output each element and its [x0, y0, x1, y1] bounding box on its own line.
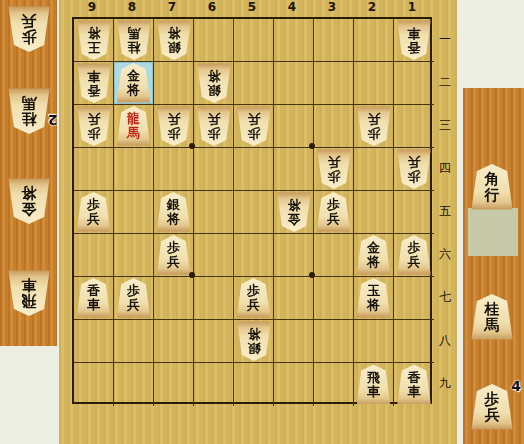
shogi-piece-金将-gote[interactable]: 金将 [8, 178, 50, 224]
piece-kanji: 香 [87, 284, 100, 298]
shogi-piece-香車-sente[interactable]: 香車 [397, 365, 431, 405]
piece-kanji: 将 [367, 255, 380, 269]
shogi-piece-玉将-sente[interactable]: 玉将 [357, 278, 391, 318]
hoshi-dot [309, 143, 315, 149]
hand-piece-桂馬-sente[interactable]: 桂馬 [471, 294, 513, 340]
square-3四[interactable]: 歩兵 [314, 148, 354, 191]
shogi-board: 987654321 一二三四五六七八九 王将桂馬銀将香車香車金将銀将歩兵龍馬歩兵… [59, 0, 457, 444]
piece-kanji: 香 [408, 371, 421, 385]
piece-kanji: 行 [485, 187, 500, 203]
square-9六[interactable] [74, 234, 114, 277]
piece-kanji: 兵 [207, 112, 220, 126]
square-3一[interactable] [314, 19, 354, 62]
square-2四[interactable] [354, 148, 394, 191]
square-9二[interactable]: 香車 [74, 62, 114, 105]
square-8四[interactable] [114, 148, 154, 191]
hoshi-dot [189, 272, 195, 278]
piece-kanji: 車 [367, 385, 380, 399]
square-8六[interactable] [114, 234, 154, 277]
piece-kanji: 兵 [247, 298, 260, 312]
piece-kanji: 兵 [167, 112, 180, 126]
piece-kanji: 兵 [87, 212, 100, 226]
shogi-piece-桂馬-gote[interactable]: 桂馬 [117, 20, 151, 60]
piece-kanji: 歩 [247, 284, 260, 298]
square-1八[interactable] [394, 320, 434, 363]
shogi-piece-歩兵-sente[interactable]: 歩兵 [397, 235, 431, 275]
piece-kanji: 歩 [167, 241, 180, 255]
shogi-app: 987654321 一二三四五六七八九 王将桂馬銀将香車香車金将銀将歩兵龍馬歩兵… [0, 0, 524, 444]
square-9三[interactable]: 歩兵 [74, 105, 114, 148]
square-5三[interactable]: 歩兵 [234, 105, 274, 148]
piece-kanji: 将 [367, 298, 380, 312]
square-3六[interactable] [314, 234, 354, 277]
piece-kanji: 龍 [127, 112, 140, 126]
shogi-piece-歩兵-gote[interactable]: 歩兵 [357, 106, 391, 146]
piece-kanji: 兵 [327, 212, 340, 226]
square-2五[interactable] [354, 191, 394, 234]
file-label-6: 6 [202, 0, 222, 15]
square-7六[interactable]: 歩兵 [154, 234, 194, 277]
square-6一[interactable] [194, 19, 234, 62]
square-9四[interactable] [74, 148, 114, 191]
hand-count-badge: 2 [48, 112, 58, 128]
square-5八[interactable]: 銀将 [234, 320, 274, 363]
piece-kanji: 歩 [408, 169, 421, 183]
piece-kanji: 兵 [167, 255, 180, 269]
square-3九[interactable] [314, 363, 354, 406]
piece-kanji: 将 [167, 26, 180, 40]
piece-kanji: 車 [87, 69, 100, 83]
shogi-piece-銀将-gote[interactable]: 銀将 [157, 20, 191, 60]
square-6四[interactable] [194, 148, 234, 191]
shogi-piece-歩兵-gote[interactable]: 歩兵 [237, 106, 271, 146]
shogi-piece-金将-gote[interactable]: 金将 [277, 192, 311, 232]
hoshi-dot [309, 272, 315, 278]
square-8一[interactable]: 桂馬 [114, 19, 154, 62]
square-5七[interactable]: 歩兵 [234, 277, 274, 320]
piece-kanji: 銀 [167, 198, 180, 212]
square-9八[interactable] [74, 320, 114, 363]
square-7七[interactable] [154, 277, 194, 320]
piece-kanji: 歩 [408, 241, 421, 255]
file-label-3: 3 [322, 0, 342, 15]
piece-kanji: 歩 [485, 391, 500, 407]
square-6九[interactable] [194, 363, 234, 406]
piece-kanji: 歩 [167, 126, 180, 140]
piece-kanji: 歩 [87, 126, 100, 140]
square-7五[interactable]: 銀将 [154, 191, 194, 234]
rank-label-7: 七 [435, 289, 455, 305]
piece-kanji: 桂 [127, 40, 140, 54]
square-8二[interactable]: 金将 [114, 62, 154, 105]
shogi-piece-歩兵-sente[interactable]: 歩兵 [157, 235, 191, 275]
rank-label-3: 三 [435, 117, 455, 133]
hand-piece-桂馬-gote[interactable]: 桂馬2 [8, 88, 50, 134]
piece-kanji: 将 [127, 83, 140, 97]
shogi-piece-歩兵-gote[interactable]: 歩兵 [397, 149, 431, 189]
square-4六[interactable] [274, 234, 314, 277]
shogi-piece-飛車-sente[interactable]: 飛車 [357, 365, 391, 405]
square-3三[interactable] [314, 105, 354, 148]
square-3五[interactable]: 歩兵 [314, 191, 354, 234]
piece-kanji: 将 [247, 327, 260, 341]
square-6三[interactable]: 歩兵 [194, 105, 234, 148]
shogi-piece-歩兵-sente[interactable]: 歩兵 [77, 192, 111, 232]
square-8七[interactable]: 歩兵 [114, 277, 154, 320]
square-1九[interactable]: 香車 [394, 363, 434, 406]
square-5九[interactable] [234, 363, 274, 406]
hand-slot-highlight[interactable] [468, 208, 518, 256]
hand-piece-歩兵-sente[interactable]: 歩兵4 [471, 384, 513, 430]
square-1五[interactable] [394, 191, 434, 234]
piece-kanji: 角 [485, 171, 500, 187]
piece-kanji: 歩 [207, 126, 220, 140]
square-2三[interactable]: 歩兵 [354, 105, 394, 148]
shogi-piece-歩兵-sente[interactable]: 歩兵 [117, 278, 151, 318]
square-4一[interactable] [274, 19, 314, 62]
piece-kanji: 金 [127, 69, 140, 83]
shogi-board-grid: 王将桂馬銀将香車香車金将銀将歩兵龍馬歩兵歩兵歩兵歩兵歩兵歩兵歩兵銀将金将歩兵歩兵… [72, 17, 432, 404]
hand-piece-飛車-gote[interactable]: 飛車 [8, 270, 50, 316]
square-2二[interactable] [354, 62, 394, 105]
square-9五[interactable]: 歩兵 [74, 191, 114, 234]
square-1三[interactable] [394, 105, 434, 148]
square-5一[interactable] [234, 19, 274, 62]
piece-kanji: 将 [87, 26, 100, 40]
shogi-piece-歩兵-gote[interactable]: 歩兵 [197, 106, 231, 146]
square-7一[interactable]: 銀将 [154, 19, 194, 62]
square-4五[interactable]: 金将 [274, 191, 314, 234]
rank-label-1: 一 [435, 31, 455, 47]
shogi-piece-桂馬-gote[interactable]: 桂馬 [8, 88, 50, 134]
piece-kanji: 馬 [22, 95, 37, 111]
shogi-piece-銀将-gote[interactable]: 銀将 [237, 321, 271, 361]
shogi-piece-歩兵-sente[interactable]: 歩兵 [237, 278, 271, 318]
piece-kanji: 香 [87, 83, 100, 97]
piece-kanji: 兵 [87, 112, 100, 126]
piece-kanji: 銀 [167, 40, 180, 54]
piece-kanji: 馬 [127, 26, 140, 40]
hand-piece-歩兵-gote[interactable]: 歩兵 [8, 6, 50, 52]
rank-label-9: 九 [435, 375, 455, 391]
shogi-piece-王将-gote[interactable]: 王将 [77, 20, 111, 60]
piece-kanji: 兵 [408, 255, 421, 269]
file-label-9: 9 [82, 0, 102, 15]
piece-kanji: 馬 [127, 126, 140, 140]
piece-kanji: 金 [367, 241, 380, 255]
rank-label-8: 八 [435, 332, 455, 348]
piece-kanji: 歩 [327, 198, 340, 212]
square-7九[interactable] [154, 363, 194, 406]
file-label-8: 8 [122, 0, 142, 15]
square-8五[interactable] [114, 191, 154, 234]
square-2六[interactable]: 金将 [354, 234, 394, 277]
square-2八[interactable] [354, 320, 394, 363]
piece-kanji: 車 [87, 298, 100, 312]
square-6八[interactable] [194, 320, 234, 363]
piece-kanji: 将 [22, 185, 37, 201]
square-5六[interactable] [234, 234, 274, 277]
piece-kanji: 車 [408, 26, 421, 40]
square-3七[interactable] [314, 277, 354, 320]
shogi-piece-金将-sente[interactable]: 金将 [117, 63, 151, 103]
shogi-piece-銀将-gote[interactable]: 銀将 [197, 63, 231, 103]
piece-kanji: 歩 [367, 126, 380, 140]
hand-piece-角行-sente[interactable]: 角行 [471, 164, 513, 210]
piece-kanji: 歩 [87, 198, 100, 212]
square-3二[interactable] [314, 62, 354, 105]
piece-kanji: 将 [207, 69, 220, 83]
square-5二[interactable] [234, 62, 274, 105]
shogi-piece-金将-sente[interactable]: 金将 [357, 235, 391, 275]
square-8三[interactable]: 龍馬 [114, 105, 154, 148]
rank-label-6: 六 [435, 246, 455, 262]
square-5四[interactable] [234, 148, 274, 191]
shogi-piece-香車-gote[interactable]: 香車 [397, 20, 431, 60]
square-6七[interactable] [194, 277, 234, 320]
piece-kanji: 兵 [408, 155, 421, 169]
shogi-piece-龍馬-sente[interactable]: 龍馬 [117, 106, 151, 146]
piece-kanji: 馬 [485, 317, 500, 333]
piece-kanji: 兵 [22, 13, 37, 29]
gote-hand-stand: 歩兵桂馬2金将飛車 [0, 0, 57, 346]
file-label-2: 2 [362, 0, 382, 15]
sente-hand-stand: 角行桂馬歩兵4 [463, 88, 524, 444]
piece-kanji: 銀 [207, 83, 220, 97]
piece-kanji: 車 [408, 385, 421, 399]
square-7二[interactable] [154, 62, 194, 105]
piece-kanji: 歩 [327, 169, 340, 183]
hand-count-badge: 4 [511, 378, 521, 394]
shogi-piece-歩兵-gote[interactable]: 歩兵 [77, 106, 111, 146]
piece-kanji: 兵 [127, 298, 140, 312]
piece-kanji: 歩 [127, 284, 140, 298]
rank-label-2: 二 [435, 74, 455, 90]
square-1七[interactable] [394, 277, 434, 320]
square-9七[interactable]: 香車 [74, 277, 114, 320]
square-2七[interactable]: 玉将 [354, 277, 394, 320]
shogi-piece-香車-gote[interactable]: 香車 [77, 63, 111, 103]
square-2一[interactable] [354, 19, 394, 62]
shogi-piece-香車-sente[interactable]: 香車 [77, 278, 111, 318]
shogi-piece-歩兵-gote[interactable]: 歩兵 [157, 106, 191, 146]
square-9九[interactable] [74, 363, 114, 406]
square-8八[interactable] [114, 320, 154, 363]
hand-piece-金将-gote[interactable]: 金将 [8, 178, 50, 224]
file-label-7: 7 [162, 0, 182, 15]
piece-kanji: 飛 [367, 371, 380, 385]
hoshi-dot [189, 143, 195, 149]
piece-kanji: 歩 [247, 126, 260, 140]
piece-kanji: 金 [22, 201, 37, 217]
piece-kanji: 車 [22, 277, 37, 293]
square-7八[interactable] [154, 320, 194, 363]
piece-kanji: 将 [167, 212, 180, 226]
piece-kanji: 飛 [22, 293, 37, 309]
square-9一[interactable]: 王将 [74, 19, 114, 62]
piece-kanji: 桂 [22, 111, 37, 127]
square-2九[interactable]: 飛車 [354, 363, 394, 406]
square-1一[interactable]: 香車 [394, 19, 434, 62]
shogi-piece-桂馬-sente[interactable]: 桂馬 [471, 294, 513, 340]
shogi-piece-銀将-sente[interactable]: 銀将 [157, 192, 191, 232]
piece-kanji: 玉 [367, 284, 380, 298]
rank-label-5: 五 [435, 203, 455, 219]
piece-kanji: 王 [87, 40, 100, 54]
square-4三[interactable] [274, 105, 314, 148]
square-8九[interactable] [114, 363, 154, 406]
piece-kanji: 兵 [367, 112, 380, 126]
square-4七[interactable] [274, 277, 314, 320]
shogi-piece-角行-sente[interactable]: 角行 [471, 164, 513, 210]
square-6五[interactable] [194, 191, 234, 234]
rank-label-4: 四 [435, 160, 455, 176]
piece-kanji: 銀 [247, 341, 260, 355]
square-4九[interactable] [274, 363, 314, 406]
square-3八[interactable] [314, 320, 354, 363]
file-label-4: 4 [282, 0, 302, 15]
square-4八[interactable] [274, 320, 314, 363]
square-6二[interactable]: 銀将 [194, 62, 234, 105]
piece-kanji: 香 [408, 40, 421, 54]
square-4二[interactable] [274, 62, 314, 105]
square-7四[interactable] [154, 148, 194, 191]
piece-kanji: 金 [287, 212, 300, 226]
piece-kanji: 桂 [485, 301, 500, 317]
shogi-piece-歩兵-gote[interactable]: 歩兵 [8, 6, 50, 52]
piece-kanji: 兵 [485, 407, 500, 423]
piece-kanji: 兵 [327, 155, 340, 169]
shogi-piece-歩兵-sente[interactable]: 歩兵 [317, 192, 351, 232]
square-1六[interactable]: 歩兵 [394, 234, 434, 277]
square-7三[interactable]: 歩兵 [154, 105, 194, 148]
file-label-1: 1 [402, 0, 422, 15]
piece-kanji: 将 [287, 198, 300, 212]
square-1四[interactable]: 歩兵 [394, 148, 434, 191]
shogi-piece-歩兵-sente[interactable]: 歩兵 [471, 384, 513, 430]
piece-kanji: 兵 [247, 112, 260, 126]
shogi-piece-飛車-gote[interactable]: 飛車 [8, 270, 50, 316]
shogi-piece-歩兵-gote[interactable]: 歩兵 [317, 149, 351, 189]
square-4四[interactable] [274, 148, 314, 191]
file-label-5: 5 [242, 0, 262, 15]
square-5五[interactable] [234, 191, 274, 234]
square-1二[interactable] [394, 62, 434, 105]
piece-kanji: 歩 [22, 29, 37, 45]
square-6六[interactable] [194, 234, 234, 277]
